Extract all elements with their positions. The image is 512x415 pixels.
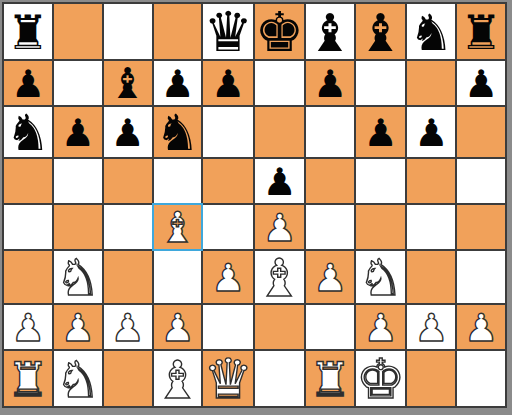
piece-black-king[interactable]: ♚ — [255, 5, 304, 60]
piece-white-pawn[interactable]: ♟ — [111, 309, 145, 347]
piece-white-pawn[interactable]: ♟ — [11, 309, 45, 347]
square-d8[interactable] — [154, 4, 202, 59]
piece-black-bishop[interactable]: ♝ — [307, 7, 354, 59]
square-h7[interactable] — [356, 61, 405, 105]
piece-black-rook[interactable]: ♜ — [460, 9, 502, 56]
square-h3[interactable]: ♞ — [356, 251, 405, 303]
piece-black-pawn[interactable]: ♟ — [11, 65, 45, 103]
piece-white-rook[interactable]: ♜ — [309, 356, 351, 403]
piece-black-queen[interactable]: ♛ — [203, 5, 252, 60]
piece-black-pawn[interactable]: ♟ — [364, 114, 398, 152]
square-f2[interactable] — [255, 305, 304, 349]
square-a3[interactable] — [4, 251, 52, 303]
square-j6[interactable] — [457, 107, 505, 157]
square-c6[interactable]: ♟ — [104, 107, 152, 157]
piece-black-knight[interactable]: ♞ — [6, 108, 51, 158]
piece-black-pawn[interactable]: ♟ — [313, 65, 347, 103]
square-i3[interactable] — [407, 251, 455, 303]
square-e3[interactable]: ♟ — [203, 251, 252, 303]
square-a5[interactable] — [4, 159, 52, 203]
square-i2[interactable]: ♟ — [407, 305, 455, 349]
square-g6[interactable] — [306, 107, 354, 157]
square-b1[interactable]: ♞ — [54, 351, 102, 406]
square-b7[interactable] — [54, 61, 102, 105]
square-d7[interactable]: ♟ — [154, 61, 202, 105]
square-a7[interactable]: ♟ — [4, 61, 52, 105]
square-c5[interactable] — [104, 159, 152, 203]
piece-black-bishop[interactable]: ♝ — [109, 63, 147, 105]
square-h6[interactable]: ♟ — [356, 107, 405, 157]
square-a1[interactable]: ♜ — [4, 351, 52, 406]
square-g7[interactable]: ♟ — [306, 61, 354, 105]
square-a8[interactable]: ♜ — [4, 4, 52, 59]
piece-white-rook[interactable]: ♜ — [7, 356, 49, 403]
square-g4[interactable] — [306, 205, 354, 249]
square-f3[interactable]: ♝ — [255, 251, 304, 303]
square-i7[interactable] — [407, 61, 455, 105]
square-g8[interactable]: ♝ — [306, 4, 354, 59]
piece-white-knight[interactable]: ♞ — [55, 355, 100, 405]
piece-black-pawn[interactable]: ♟ — [211, 65, 245, 103]
piece-black-bishop[interactable]: ♝ — [357, 7, 404, 59]
piece-black-knight[interactable]: ♞ — [409, 8, 454, 58]
square-e6[interactable] — [203, 107, 252, 157]
square-g3[interactable]: ♟ — [306, 251, 354, 303]
piece-white-bishop[interactable]: ♝ — [256, 252, 303, 304]
square-f8[interactable]: ♚ — [255, 4, 304, 59]
square-c3[interactable] — [104, 251, 152, 303]
square-j4[interactable] — [457, 205, 505, 249]
square-h2[interactable]: ♟ — [356, 305, 405, 349]
piece-white-pawn[interactable]: ♟ — [262, 209, 296, 247]
piece-white-pawn[interactable]: ♟ — [313, 259, 347, 297]
square-e8[interactable]: ♛ — [203, 4, 252, 59]
piece-black-pawn[interactable]: ♟ — [111, 114, 145, 152]
piece-black-pawn[interactable]: ♟ — [262, 163, 296, 201]
square-b2[interactable]: ♟ — [54, 305, 102, 349]
square-d2[interactable]: ♟ — [154, 305, 202, 349]
square-j2[interactable]: ♟ — [457, 305, 505, 349]
square-i1[interactable] — [407, 351, 455, 406]
square-b4[interactable] — [54, 205, 102, 249]
square-g5[interactable] — [306, 159, 354, 203]
board-frame: ♜♛♚♝♝♞♜♟♝♟♟♟♟♞♟♟♞♟♟♟♝♟♞♟♝♟♞♟♟♟♟♟♟♟♜♞♝♛♜♚ — [0, 0, 512, 415]
square-i4[interactable] — [407, 205, 455, 249]
square-a4[interactable] — [4, 205, 52, 249]
piece-black-rook[interactable]: ♜ — [7, 9, 49, 56]
piece-white-king[interactable]: ♚ — [356, 352, 405, 407]
square-e4[interactable] — [203, 205, 252, 249]
piece-white-pawn[interactable]: ♟ — [211, 259, 245, 297]
square-d5[interactable] — [154, 159, 202, 203]
square-h5[interactable] — [356, 159, 405, 203]
piece-white-pawn[interactable]: ♟ — [364, 309, 398, 347]
square-i5[interactable] — [407, 159, 455, 203]
square-e1[interactable]: ♛ — [203, 351, 252, 406]
piece-black-pawn[interactable]: ♟ — [61, 114, 95, 152]
piece-black-knight[interactable]: ♞ — [155, 108, 200, 158]
piece-white-pawn[interactable]: ♟ — [160, 309, 194, 347]
square-d4[interactable]: ♝ — [154, 205, 202, 249]
square-h1[interactable]: ♚ — [356, 351, 405, 406]
square-i6[interactable]: ♟ — [407, 107, 455, 157]
square-j3[interactable] — [457, 251, 505, 303]
square-c8[interactable] — [104, 4, 152, 59]
piece-white-bishop[interactable]: ♝ — [159, 207, 197, 249]
square-e2[interactable] — [203, 305, 252, 349]
square-b5[interactable] — [54, 159, 102, 203]
square-j1[interactable] — [457, 351, 505, 406]
square-g2[interactable] — [306, 305, 354, 349]
square-a2[interactable]: ♟ — [4, 305, 52, 349]
square-c7[interactable]: ♝ — [104, 61, 152, 105]
square-d1[interactable]: ♝ — [154, 351, 202, 406]
square-f5[interactable]: ♟ — [255, 159, 304, 203]
piece-black-pawn[interactable]: ♟ — [160, 65, 194, 103]
square-g1[interactable]: ♜ — [306, 351, 354, 406]
square-b8[interactable] — [54, 4, 102, 59]
square-e7[interactable]: ♟ — [203, 61, 252, 105]
piece-white-knight[interactable]: ♞ — [358, 253, 403, 303]
piece-white-pawn[interactable]: ♟ — [414, 309, 448, 347]
square-a6[interactable]: ♞ — [4, 107, 52, 157]
piece-white-bishop[interactable]: ♝ — [154, 354, 201, 406]
square-j7[interactable]: ♟ — [457, 61, 505, 105]
square-c2[interactable]: ♟ — [104, 305, 152, 349]
piece-black-pawn[interactable]: ♟ — [464, 65, 498, 103]
piece-white-knight[interactable]: ♞ — [55, 253, 100, 303]
square-b6[interactable]: ♟ — [54, 107, 102, 157]
piece-black-pawn[interactable]: ♟ — [414, 114, 448, 152]
square-b3[interactable]: ♞ — [54, 251, 102, 303]
square-h4[interactable] — [356, 205, 405, 249]
square-d3[interactable] — [154, 251, 202, 303]
piece-white-pawn[interactable]: ♟ — [464, 309, 498, 347]
square-f4[interactable]: ♟ — [255, 205, 304, 249]
piece-white-pawn[interactable]: ♟ — [61, 309, 95, 347]
square-f6[interactable] — [255, 107, 304, 157]
square-f1[interactable] — [255, 351, 304, 406]
square-d6[interactable]: ♞ — [154, 107, 202, 157]
chess-board: ♜♛♚♝♝♞♜♟♝♟♟♟♟♞♟♟♞♟♟♟♝♟♞♟♝♟♞♟♟♟♟♟♟♟♜♞♝♛♜♚ — [2, 2, 507, 408]
square-j8[interactable]: ♜ — [457, 4, 505, 59]
square-j5[interactable] — [457, 159, 505, 203]
square-f7[interactable] — [255, 61, 304, 105]
square-c4[interactable] — [104, 205, 152, 249]
square-e5[interactable] — [203, 159, 252, 203]
square-h8[interactable]: ♝ — [356, 4, 405, 59]
piece-white-queen[interactable]: ♛ — [203, 352, 252, 407]
square-c1[interactable] — [104, 351, 152, 406]
square-i8[interactable]: ♞ — [407, 4, 455, 59]
